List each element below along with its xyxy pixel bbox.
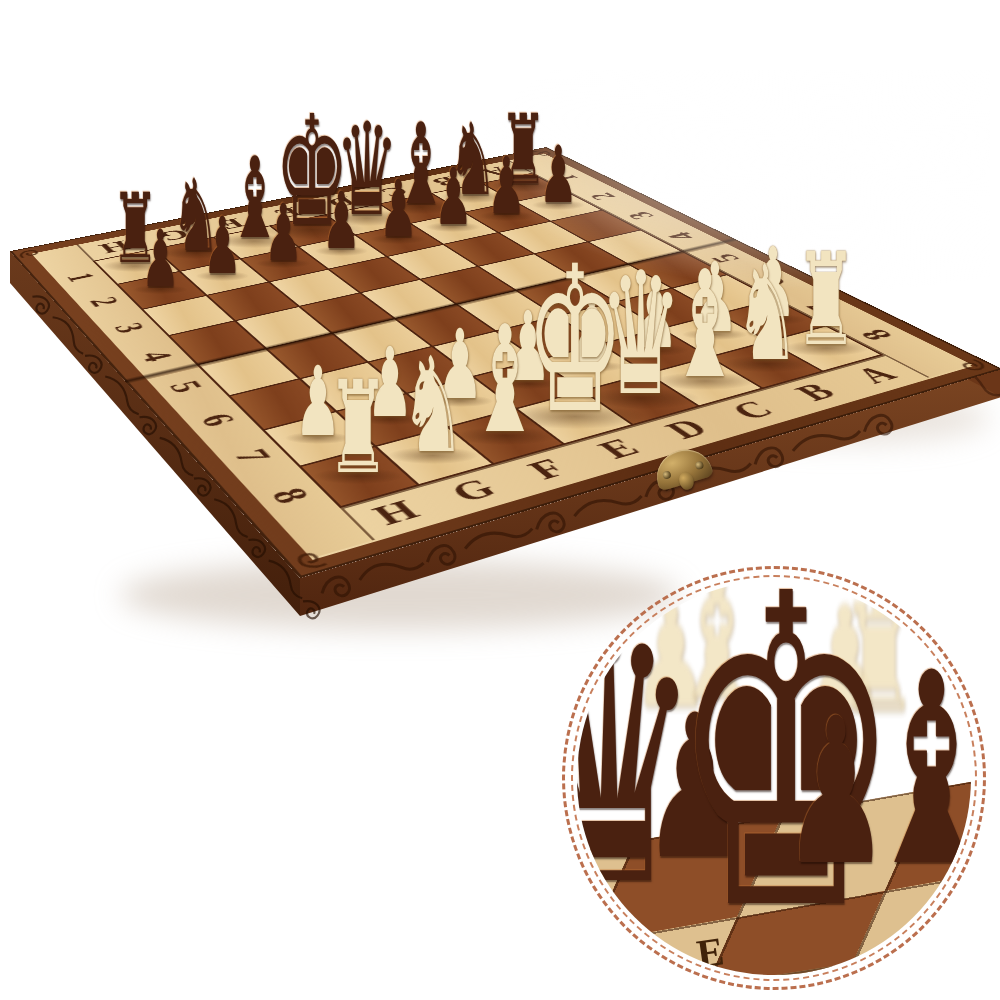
inset-ring: E ♛♟♚♟♝♟♝♟♜ <box>571 575 977 981</box>
detail-inset: E ♛♟♚♟♝♟♝♟♜ <box>562 566 986 990</box>
product-photo: HGFEDCBAHGFEDCBA1234567812345678 ♜♞♝♛♚♝♞… <box>0 0 1000 1000</box>
inset-photo: E ♛♟♚♟♝♟♝♟♜ <box>577 581 971 975</box>
inset-piece-dark-bishop: ♝ <box>852 638 972 903</box>
